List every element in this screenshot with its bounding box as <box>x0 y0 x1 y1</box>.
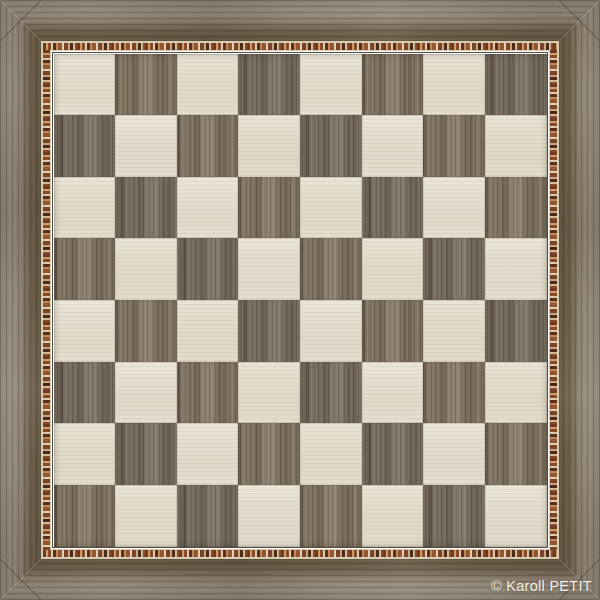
inlay-stripe-left <box>43 50 50 550</box>
square-a1 <box>54 485 116 547</box>
square-c4 <box>177 300 239 362</box>
square-h6 <box>485 177 547 239</box>
square-h2 <box>485 423 547 485</box>
square-h1 <box>485 485 547 547</box>
square-g7 <box>423 115 485 177</box>
square-f4 <box>362 300 424 362</box>
square-e4 <box>300 300 362 362</box>
square-b7 <box>115 115 177 177</box>
photographer-credit: © Karoll PETIT <box>491 578 592 594</box>
square-c5 <box>177 238 239 300</box>
square-b6 <box>115 177 177 239</box>
square-g2 <box>423 423 485 485</box>
square-h5 <box>485 238 547 300</box>
square-d3 <box>238 362 300 424</box>
square-g1 <box>423 485 485 547</box>
square-f1 <box>362 485 424 547</box>
chessboard-photo: © Karoll PETIT <box>0 0 600 600</box>
square-a2 <box>54 423 116 485</box>
square-a4 <box>54 300 116 362</box>
square-c3 <box>177 362 239 424</box>
square-g8 <box>423 54 485 116</box>
square-g5 <box>423 238 485 300</box>
square-a3 <box>54 362 116 424</box>
square-d7 <box>238 115 300 177</box>
square-c1 <box>177 485 239 547</box>
chess-board-grid <box>54 54 547 547</box>
square-e5 <box>300 238 362 300</box>
square-f5 <box>362 238 424 300</box>
inlay-stripe-right <box>550 50 557 550</box>
square-d4 <box>238 300 300 362</box>
square-d1 <box>238 485 300 547</box>
square-g4 <box>423 300 485 362</box>
square-c2 <box>177 423 239 485</box>
square-g3 <box>423 362 485 424</box>
square-d5 <box>238 238 300 300</box>
square-d8 <box>238 54 300 116</box>
square-e6 <box>300 177 362 239</box>
square-f2 <box>362 423 424 485</box>
square-a7 <box>54 115 116 177</box>
square-f8 <box>362 54 424 116</box>
square-e1 <box>300 485 362 547</box>
inlay-stripe-top <box>43 43 557 50</box>
square-e3 <box>300 362 362 424</box>
square-a8 <box>54 54 116 116</box>
square-h3 <box>485 362 547 424</box>
square-f7 <box>362 115 424 177</box>
square-d6 <box>238 177 300 239</box>
square-c7 <box>177 115 239 177</box>
square-c6 <box>177 177 239 239</box>
square-b4 <box>115 300 177 362</box>
inlay-stripe-bottom <box>43 550 557 557</box>
square-b3 <box>115 362 177 424</box>
square-h7 <box>485 115 547 177</box>
square-b2 <box>115 423 177 485</box>
square-a5 <box>54 238 116 300</box>
square-b5 <box>115 238 177 300</box>
square-h4 <box>485 300 547 362</box>
square-e2 <box>300 423 362 485</box>
square-e8 <box>300 54 362 116</box>
square-b1 <box>115 485 177 547</box>
square-e7 <box>300 115 362 177</box>
square-a6 <box>54 177 116 239</box>
square-b8 <box>115 54 177 116</box>
square-d2 <box>238 423 300 485</box>
square-g6 <box>423 177 485 239</box>
square-c8 <box>177 54 239 116</box>
square-h8 <box>485 54 547 116</box>
square-f6 <box>362 177 424 239</box>
square-f3 <box>362 362 424 424</box>
